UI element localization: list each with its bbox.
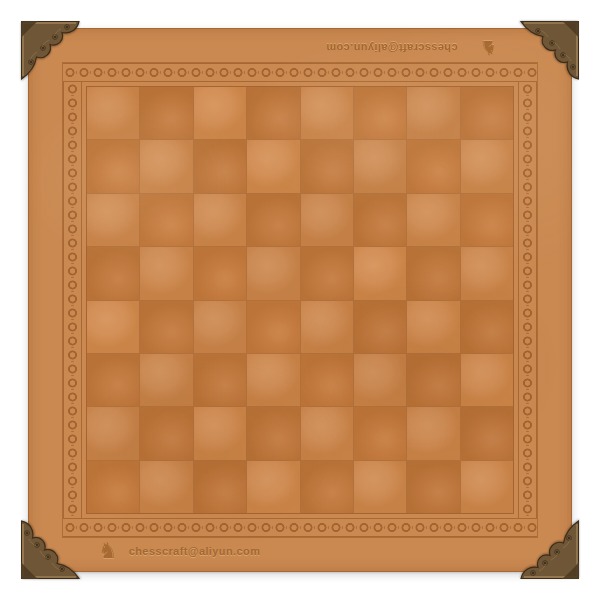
square-a1[interactable] (87, 461, 139, 513)
square-f7[interactable] (354, 140, 406, 192)
square-h1[interactable] (461, 461, 513, 513)
square-f2[interactable] (354, 407, 406, 459)
square-d3[interactable] (247, 354, 299, 406)
square-a8[interactable] (87, 87, 139, 139)
square-a6[interactable] (87, 194, 139, 246)
square-h5[interactable] (461, 247, 513, 299)
border-strip-top (63, 63, 537, 82)
square-a4[interactable] (87, 301, 139, 353)
square-d5[interactable] (247, 247, 299, 299)
square-g2[interactable] (407, 407, 459, 459)
knight-logo-icon: ♞ (98, 540, 118, 562)
square-a5[interactable] (87, 247, 139, 299)
corner-ornament-bottom-left-icon (21, 519, 81, 579)
square-c1[interactable] (194, 461, 246, 513)
square-d8[interactable] (247, 87, 299, 139)
chess-board: ♞ chesscraft@aliyun.com ♞ chesscraft@ali… (28, 28, 572, 572)
square-c5[interactable] (194, 247, 246, 299)
square-e2[interactable] (301, 407, 353, 459)
square-a2[interactable] (87, 407, 139, 459)
square-f8[interactable] (354, 87, 406, 139)
border-strip-left (63, 82, 82, 518)
square-h3[interactable] (461, 354, 513, 406)
square-b8[interactable] (140, 87, 192, 139)
square-b1[interactable] (140, 461, 192, 513)
square-e1[interactable] (301, 461, 353, 513)
square-h2[interactable] (461, 407, 513, 459)
square-a3[interactable] (87, 354, 139, 406)
square-c8[interactable] (194, 87, 246, 139)
square-g4[interactable] (407, 301, 459, 353)
square-f3[interactable] (354, 354, 406, 406)
corner-ornament-bottom-right-icon (519, 519, 579, 579)
square-d4[interactable] (247, 301, 299, 353)
square-g6[interactable] (407, 194, 459, 246)
square-g3[interactable] (407, 354, 459, 406)
square-d7[interactable] (247, 140, 299, 192)
photo-background: ♞ chesscraft@aliyun.com ♞ chesscraft@ali… (0, 0, 600, 600)
square-d2[interactable] (247, 407, 299, 459)
brand-stamp-top: ♞ chesscraft@aliyun.com (326, 38, 498, 58)
square-f5[interactable] (354, 247, 406, 299)
square-g8[interactable] (407, 87, 459, 139)
square-d1[interactable] (247, 461, 299, 513)
corner-ornament-top-left-icon (21, 21, 81, 81)
square-g5[interactable] (407, 247, 459, 299)
square-b5[interactable] (140, 247, 192, 299)
square-g7[interactable] (407, 140, 459, 192)
square-f6[interactable] (354, 194, 406, 246)
square-b3[interactable] (140, 354, 192, 406)
square-b4[interactable] (140, 301, 192, 353)
border-strip-bottom (63, 518, 537, 537)
square-e7[interactable] (301, 140, 353, 192)
square-c4[interactable] (194, 301, 246, 353)
square-e3[interactable] (301, 354, 353, 406)
square-e8[interactable] (301, 87, 353, 139)
square-e4[interactable] (301, 301, 353, 353)
board-grid (86, 86, 514, 514)
square-h6[interactable] (461, 194, 513, 246)
square-h7[interactable] (461, 140, 513, 192)
square-d6[interactable] (247, 194, 299, 246)
corner-ornament-top-right-icon (519, 21, 579, 81)
square-c2[interactable] (194, 407, 246, 459)
square-e6[interactable] (301, 194, 353, 246)
square-b2[interactable] (140, 407, 192, 459)
brand-stamp-bottom: ♞ chesscraft@aliyun.com (98, 540, 260, 562)
square-g1[interactable] (407, 461, 459, 513)
brand-text-bottom: chesscraft@aliyun.com (129, 545, 261, 557)
square-a7[interactable] (87, 140, 139, 192)
brand-text-top: chesscraft@aliyun.com (326, 42, 458, 54)
square-h4[interactable] (461, 301, 513, 353)
square-b7[interactable] (140, 140, 192, 192)
square-c3[interactable] (194, 354, 246, 406)
knight-logo-icon: ♞ (480, 38, 498, 58)
border-strip-right (518, 82, 537, 518)
square-c6[interactable] (194, 194, 246, 246)
square-b6[interactable] (140, 194, 192, 246)
square-c7[interactable] (194, 140, 246, 192)
square-e5[interactable] (301, 247, 353, 299)
square-h8[interactable] (461, 87, 513, 139)
square-f1[interactable] (354, 461, 406, 513)
square-f4[interactable] (354, 301, 406, 353)
